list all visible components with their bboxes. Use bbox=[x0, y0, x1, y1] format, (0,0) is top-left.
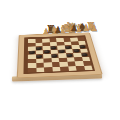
board-square bbox=[84, 65, 93, 70]
board-squares bbox=[28, 37, 93, 72]
chess-piece: ♟ bbox=[90, 24, 98, 33]
chess-board bbox=[17, 32, 103, 78]
board-square bbox=[28, 67, 36, 72]
board-frame bbox=[17, 32, 103, 78]
product-photo: ♟♜♞♟♝♚♛♟♝♞♟♜♟ bbox=[0, 0, 120, 120]
board-border-band bbox=[23, 35, 95, 74]
